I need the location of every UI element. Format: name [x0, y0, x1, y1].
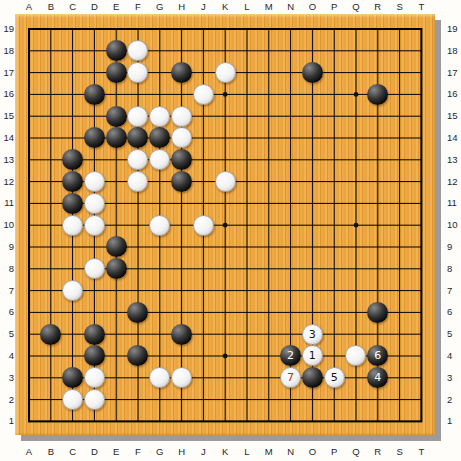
white-stone[interactable]	[193, 215, 214, 236]
coordinate-label: A	[20, 1, 38, 13]
coordinate-label: Q	[347, 446, 365, 458]
move-number: 7	[287, 372, 294, 383]
intersection-F14[interactable]	[127, 127, 149, 149]
black-stone[interactable]	[106, 236, 127, 257]
intersection-O17[interactable]	[301, 62, 323, 84]
coordinate-label: 11	[447, 197, 461, 209]
black-stone[interactable]	[302, 367, 323, 388]
black-stone[interactable]	[171, 149, 192, 170]
intersection-D3[interactable]	[83, 367, 105, 389]
coordinate-label: 9	[0, 241, 14, 253]
coordinate-label: 19	[0, 23, 14, 35]
white-stone[interactable]	[149, 367, 170, 388]
coordinate-label: G	[151, 1, 169, 13]
intersection-D11[interactable]	[83, 192, 105, 214]
coordinate-label: 1	[0, 415, 14, 427]
coordinate-label: 7	[447, 285, 461, 297]
coordinate-label: 18	[0, 45, 14, 57]
intersection-H14[interactable]	[171, 127, 193, 149]
coordinate-label: 1	[447, 415, 461, 427]
intersection-H15[interactable]	[171, 105, 193, 127]
coordinate-label: S	[391, 446, 409, 458]
white-stone[interactable]	[84, 258, 105, 279]
coordinate-label: 6	[447, 306, 461, 318]
intersection-C11[interactable]	[62, 192, 84, 214]
coordinate-label: 13	[447, 154, 461, 166]
coordinate-label: M	[260, 446, 278, 458]
black-stone[interactable]	[127, 302, 148, 323]
black-stone[interactable]	[127, 127, 148, 148]
intersection-R16[interactable]	[367, 83, 389, 105]
coordinate-label: 5	[0, 328, 14, 340]
white-stone[interactable]	[62, 280, 83, 301]
intersection-J16[interactable]	[192, 83, 214, 105]
black-stone[interactable]	[106, 258, 127, 279]
intersection-H17[interactable]	[171, 62, 193, 84]
black-stone[interactable]	[106, 106, 127, 127]
intersection-D4[interactable]	[83, 345, 105, 367]
black-stone[interactable]	[171, 62, 192, 83]
intersection-C10[interactable]	[62, 214, 84, 236]
move-number: 2	[287, 350, 294, 361]
coordinate-label: L	[238, 446, 256, 458]
go-board-diagram: ABCDEFGHJKLMNOPQRST ABCDEFGHJKLMNOPQRST …	[0, 0, 461, 461]
intersection-D16[interactable]	[83, 83, 105, 105]
coordinate-label: K	[216, 1, 234, 13]
black-stone[interactable]: 2	[280, 345, 301, 366]
white-stone[interactable]	[62, 215, 83, 236]
coordinate-label: 12	[447, 176, 461, 188]
coordinate-label: Q	[347, 1, 365, 13]
coordinate-label: D	[85, 446, 103, 458]
black-stone[interactable]	[84, 345, 105, 366]
coordinate-label: 2	[447, 394, 461, 406]
white-stone[interactable]	[171, 367, 192, 388]
black-stone[interactable]	[62, 149, 83, 170]
intersection-E9[interactable]	[105, 236, 127, 258]
coordinate-label: G	[151, 446, 169, 458]
black-stone[interactable]	[62, 367, 83, 388]
black-stone[interactable]	[84, 324, 105, 345]
black-stone[interactable]: 4	[367, 367, 388, 388]
coordinate-label: E	[107, 1, 125, 13]
intersection-H5[interactable]	[171, 323, 193, 345]
white-stone[interactable]	[62, 389, 83, 410]
coordinate-label: N	[282, 1, 300, 13]
coordinate-label: 7	[0, 285, 14, 297]
coordinate-label: M	[260, 1, 278, 13]
intersection-F12[interactable]	[127, 171, 149, 193]
black-stone[interactable]	[84, 127, 105, 148]
coordinate-label: S	[391, 1, 409, 13]
intersection-R3[interactable]: 4	[367, 367, 389, 389]
black-stone[interactable]	[40, 324, 61, 345]
intersection-E17[interactable]	[105, 62, 127, 84]
black-stone[interactable]	[367, 84, 388, 105]
intersection-R6[interactable]	[367, 301, 389, 323]
coordinate-label: 3	[447, 372, 461, 384]
black-stone[interactable]	[149, 127, 170, 148]
white-stone[interactable]: 3	[302, 324, 323, 345]
coordinate-label: 14	[447, 132, 461, 144]
white-stone[interactable]	[149, 149, 170, 170]
coordinate-label: H	[173, 446, 191, 458]
intersection-R4[interactable]: 6	[367, 345, 389, 367]
coordinate-label: 5	[447, 328, 461, 340]
white-stone[interactable]	[215, 171, 236, 192]
white-stone[interactable]	[127, 106, 148, 127]
intersection-C7[interactable]	[62, 280, 84, 302]
intersection-H3[interactable]	[171, 367, 193, 389]
go-board: 2643175	[15, 14, 435, 435]
intersection-P3[interactable]: 5	[323, 367, 345, 389]
intersection-K17[interactable]	[214, 62, 236, 84]
intersection-F4[interactable]	[127, 345, 149, 367]
coordinate-label: 15	[0, 110, 14, 122]
intersection-H12[interactable]	[171, 171, 193, 193]
coordinate-label: R	[369, 1, 387, 13]
move-number: 1	[309, 350, 316, 361]
coordinate-label: 10	[447, 219, 461, 231]
coordinate-label: 4	[447, 350, 461, 362]
black-stone[interactable]	[62, 193, 83, 214]
coordinate-label: O	[303, 1, 321, 13]
intersection-D10[interactable]	[83, 214, 105, 236]
black-stone[interactable]	[106, 62, 127, 83]
intersection-F18[interactable]	[127, 40, 149, 62]
intersection-D2[interactable]	[83, 389, 105, 411]
intersection-H13[interactable]	[171, 149, 193, 171]
coordinate-label: T	[412, 446, 430, 458]
coordinate-label: T	[412, 1, 430, 13]
coordinate-label: 9	[447, 241, 461, 253]
intersection-B5[interactable]	[40, 323, 62, 345]
coordinate-label: 4	[0, 350, 14, 362]
coordinate-label: N	[282, 446, 300, 458]
coordinate-label: A	[20, 446, 38, 458]
coordinate-label: 6	[0, 306, 14, 318]
coordinate-label: E	[107, 446, 125, 458]
white-stone[interactable]: 7	[280, 367, 301, 388]
intersection-F6[interactable]	[127, 301, 149, 323]
white-stone[interactable]	[171, 106, 192, 127]
white-stone[interactable]	[84, 171, 105, 192]
coordinate-label: B	[42, 1, 60, 13]
coordinate-label: 12	[0, 176, 14, 188]
coordinate-label: 11	[0, 197, 14, 209]
coordinate-label: P	[325, 1, 343, 13]
coordinate-label: C	[64, 1, 82, 13]
black-stone[interactable]	[127, 345, 148, 366]
white-stone[interactable]	[127, 62, 148, 83]
black-stone[interactable]	[106, 127, 127, 148]
intersection-C3[interactable]	[62, 367, 84, 389]
coordinate-label: H	[173, 1, 191, 13]
coordinate-label: J	[194, 1, 212, 13]
intersection-O3[interactable]	[301, 367, 323, 389]
intersection-F15[interactable]	[127, 105, 149, 127]
black-stone[interactable]	[171, 324, 192, 345]
white-stone[interactable]	[149, 106, 170, 127]
coordinate-label: 8	[447, 263, 461, 275]
intersection-K12[interactable]	[214, 171, 236, 193]
coordinate-label: 16	[447, 88, 461, 100]
white-stone[interactable]: 1	[302, 345, 323, 366]
intersection-G13[interactable]	[149, 149, 171, 171]
coordinate-label: C	[64, 446, 82, 458]
white-stone[interactable]	[215, 62, 236, 83]
intersection-E14[interactable]	[105, 127, 127, 149]
black-stone[interactable]	[62, 171, 83, 192]
intersection-D14[interactable]	[83, 127, 105, 149]
intersection-O4[interactable]: 1	[301, 345, 323, 367]
white-stone[interactable]	[171, 127, 192, 148]
move-number: 4	[374, 372, 381, 383]
coordinate-label: 17	[447, 67, 461, 79]
coordinate-label: 15	[447, 110, 461, 122]
move-number: 5	[331, 372, 338, 383]
move-number: 3	[309, 329, 316, 340]
coordinate-label: J	[194, 446, 212, 458]
coordinate-label: 8	[0, 263, 14, 275]
intersection-J10[interactable]	[192, 214, 214, 236]
intersection-F17[interactable]	[127, 62, 149, 84]
white-stone[interactable]: 5	[324, 367, 345, 388]
intersection-D12[interactable]	[83, 171, 105, 193]
white-stone[interactable]	[345, 345, 366, 366]
white-stone[interactable]	[84, 193, 105, 214]
coordinate-label: 3	[0, 372, 14, 384]
intersection-C13[interactable]	[62, 149, 84, 171]
intersection-E15[interactable]	[105, 105, 127, 127]
white-stone[interactable]	[127, 149, 148, 170]
intersection-D8[interactable]	[83, 258, 105, 280]
white-stone[interactable]	[193, 84, 214, 105]
coordinate-label: 19	[447, 23, 461, 35]
intersection-F13[interactable]	[127, 149, 149, 171]
white-stone[interactable]	[149, 215, 170, 236]
black-stone[interactable]	[171, 171, 192, 192]
intersection-Q4[interactable]	[345, 345, 367, 367]
black-stone[interactable]: 6	[367, 345, 388, 366]
intersection-E18[interactable]	[105, 40, 127, 62]
intersection-C12[interactable]	[62, 171, 84, 193]
coordinate-label: 13	[0, 154, 14, 166]
intersection-E8[interactable]	[105, 258, 127, 280]
coordinate-label: P	[325, 446, 343, 458]
coordinate-label: L	[238, 1, 256, 13]
white-stone[interactable]	[127, 40, 148, 61]
intersection-G14[interactable]	[149, 127, 171, 149]
intersection-G10[interactable]	[149, 214, 171, 236]
coordinate-label: 10	[0, 219, 14, 231]
coordinate-label: F	[129, 446, 147, 458]
coordinate-label: D	[85, 1, 103, 13]
intersection-O5[interactable]: 3	[301, 323, 323, 345]
intersection-N3[interactable]: 7	[280, 367, 302, 389]
coordinate-label: 17	[0, 67, 14, 79]
intersection-G15[interactable]	[149, 105, 171, 127]
intersection-D5[interactable]	[83, 323, 105, 345]
black-stone[interactable]	[84, 84, 105, 105]
white-stone[interactable]	[84, 367, 105, 388]
coordinate-label: 18	[447, 45, 461, 57]
stones-grid: 2643175	[18, 18, 432, 432]
coordinate-label: 16	[0, 88, 14, 100]
white-stone[interactable]	[84, 389, 105, 410]
white-stone[interactable]	[127, 171, 148, 192]
black-stone[interactable]	[302, 62, 323, 83]
coordinate-label: 14	[0, 132, 14, 144]
coordinate-label: 2	[0, 394, 14, 406]
intersection-N4[interactable]: 2	[280, 345, 302, 367]
intersection-C2[interactable]	[62, 389, 84, 411]
coordinate-label: K	[216, 446, 234, 458]
black-stone[interactable]	[106, 40, 127, 61]
black-stone[interactable]	[367, 302, 388, 323]
coordinate-label: B	[42, 446, 60, 458]
move-number: 6	[374, 350, 381, 361]
intersection-G3[interactable]	[149, 367, 171, 389]
coordinate-label: O	[303, 446, 321, 458]
coordinate-label: F	[129, 1, 147, 13]
coordinate-label: R	[369, 446, 387, 458]
white-stone[interactable]	[84, 215, 105, 236]
